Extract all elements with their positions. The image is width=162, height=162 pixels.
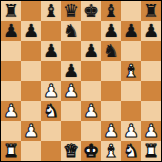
square-e6[interactable]: ♟ (81, 41, 101, 61)
square-g4[interactable] (121, 81, 141, 101)
piece-black-bishop[interactable]: ♝ (43, 1, 59, 21)
piece-black-pawn[interactable]: ♟ (83, 41, 99, 61)
square-g5[interactable]: ♝ (121, 61, 141, 81)
square-g6[interactable] (121, 41, 141, 61)
square-h6[interactable] (141, 41, 161, 61)
square-d4[interactable]: ♟ (61, 81, 81, 101)
square-c3[interactable]: ♞ (41, 101, 61, 121)
square-e1[interactable]: ♚ (81, 141, 101, 161)
piece-white-pawn[interactable]: ♟ (63, 81, 79, 101)
piece-white-king[interactable]: ♚ (83, 141, 99, 161)
square-f6[interactable]: ♞ (101, 41, 121, 61)
square-a4[interactable] (1, 81, 21, 101)
piece-white-rook[interactable]: ♜ (3, 141, 19, 161)
square-a7[interactable]: ♟ (1, 21, 21, 41)
piece-black-king[interactable]: ♚ (83, 1, 99, 21)
square-g3[interactable] (121, 101, 141, 121)
piece-white-pawn[interactable]: ♟ (43, 81, 59, 101)
piece-white-pawn[interactable]: ♟ (3, 101, 19, 121)
square-c5[interactable] (41, 61, 61, 81)
square-f5[interactable] (101, 61, 121, 81)
piece-black-pawn[interactable]: ♟ (123, 21, 139, 41)
square-d6[interactable] (61, 41, 81, 61)
square-d2[interactable] (61, 121, 81, 141)
square-g1[interactable]: ♞ (121, 141, 141, 161)
square-b2[interactable]: ♟ (21, 121, 41, 141)
square-b8[interactable] (21, 1, 41, 21)
piece-white-pawn[interactable]: ♟ (123, 121, 139, 141)
square-f8[interactable]: ♝ (101, 1, 121, 21)
piece-white-rook[interactable]: ♜ (143, 141, 159, 161)
square-d7[interactable]: ♞ (61, 21, 81, 41)
piece-white-queen[interactable]: ♛ (63, 141, 79, 161)
square-f4[interactable] (101, 81, 121, 101)
square-d1[interactable]: ♛ (61, 141, 81, 161)
square-h8[interactable]: ♜ (141, 1, 161, 21)
square-a3[interactable]: ♟ (1, 101, 21, 121)
square-f7[interactable]: ♟ (101, 21, 121, 41)
square-h7[interactable]: ♟ (141, 21, 161, 41)
square-g7[interactable]: ♟ (121, 21, 141, 41)
square-a5[interactable] (1, 61, 21, 81)
square-h5[interactable] (141, 61, 161, 81)
square-b3[interactable] (21, 101, 41, 121)
square-h2[interactable]: ♟ (141, 121, 161, 141)
piece-white-bishop[interactable]: ♝ (103, 141, 119, 161)
piece-black-pawn[interactable]: ♟ (43, 41, 59, 61)
square-d8[interactable]: ♛ (61, 1, 81, 21)
square-b1[interactable] (21, 141, 41, 161)
piece-black-bishop[interactable]: ♝ (103, 1, 119, 21)
piece-black-rook[interactable]: ♜ (143, 1, 159, 21)
square-e4[interactable] (81, 81, 101, 101)
square-h4[interactable] (141, 81, 161, 101)
square-h1[interactable]: ♜ (141, 141, 161, 161)
square-h3[interactable] (141, 101, 161, 121)
piece-white-bishop[interactable]: ♝ (123, 61, 139, 81)
square-a6[interactable] (1, 41, 21, 61)
square-a2[interactable] (1, 121, 21, 141)
piece-black-pawn[interactable]: ♟ (143, 21, 159, 41)
square-a8[interactable]: ♜ (1, 1, 21, 21)
square-c6[interactable]: ♟ (41, 41, 61, 61)
square-f3[interactable] (101, 101, 121, 121)
square-c4[interactable]: ♟ (41, 81, 61, 101)
piece-white-pawn[interactable]: ♟ (143, 121, 159, 141)
square-g2[interactable]: ♟ (121, 121, 141, 141)
square-e7[interactable] (81, 21, 101, 41)
square-d3[interactable] (61, 101, 81, 121)
square-c2[interactable] (41, 121, 61, 141)
piece-white-pawn[interactable]: ♟ (83, 101, 99, 121)
square-e3[interactable]: ♟ (81, 101, 101, 121)
square-d5[interactable]: ♟ (61, 61, 81, 81)
square-b6[interactable] (21, 41, 41, 61)
piece-black-knight[interactable]: ♞ (63, 21, 79, 41)
square-e2[interactable] (81, 121, 101, 141)
square-c1[interactable] (41, 141, 61, 161)
piece-white-knight[interactable]: ♞ (123, 141, 139, 161)
square-c7[interactable] (41, 21, 61, 41)
square-b4[interactable] (21, 81, 41, 101)
square-a1[interactable]: ♜ (1, 141, 21, 161)
piece-black-pawn[interactable]: ♟ (103, 21, 119, 41)
square-b7[interactable]: ♟ (21, 21, 41, 41)
piece-black-pawn[interactable]: ♟ (63, 61, 79, 81)
square-b5[interactable] (21, 61, 41, 81)
square-g8[interactable] (121, 1, 141, 21)
piece-black-knight[interactable]: ♞ (103, 41, 119, 61)
piece-black-pawn[interactable]: ♟ (23, 21, 39, 41)
square-c8[interactable]: ♝ (41, 1, 61, 21)
piece-white-pawn[interactable]: ♟ (23, 121, 39, 141)
chess-board: ♜♝♛♚♝♜♟♟♞♟♟♟♟♟♞♟♝♟♟♟♞♟♟♟♟♟♜♛♚♝♞♜ (0, 0, 162, 162)
piece-white-knight[interactable]: ♞ (43, 101, 59, 121)
piece-black-rook[interactable]: ♜ (3, 1, 19, 21)
piece-black-pawn[interactable]: ♟ (3, 21, 19, 41)
piece-black-queen[interactable]: ♛ (63, 1, 79, 21)
square-e5[interactable] (81, 61, 101, 81)
piece-white-pawn[interactable]: ♟ (103, 121, 119, 141)
square-f2[interactable]: ♟ (101, 121, 121, 141)
square-f1[interactable]: ♝ (101, 141, 121, 161)
square-e8[interactable]: ♚ (81, 1, 101, 21)
